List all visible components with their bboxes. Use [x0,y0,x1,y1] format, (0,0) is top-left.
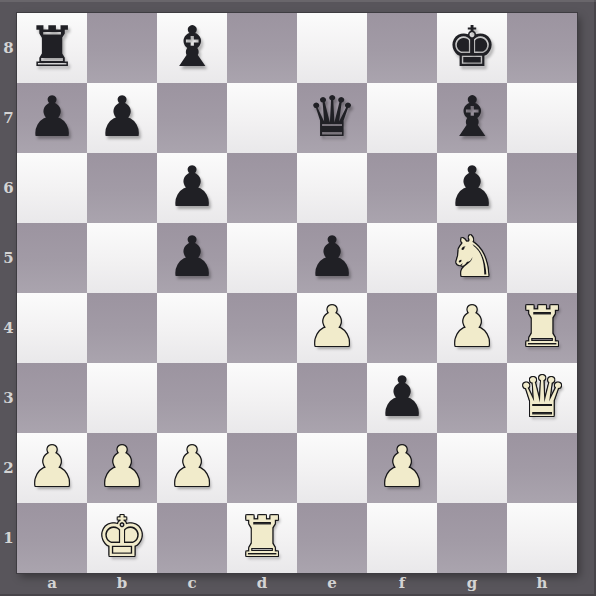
square-e1[interactable] [297,503,367,573]
rank-label-6: 6 [0,153,17,223]
file-label-b: b [87,573,157,596]
white-pawn: ♟ [437,293,507,363]
square-h5[interactable] [507,223,577,293]
square-f5[interactable] [367,223,437,293]
square-f8[interactable] [367,13,437,83]
rank-label-7: 7 [0,83,17,153]
black-pawn: ♟ [157,153,227,223]
square-b2[interactable]: ♟ [87,433,157,503]
square-b5[interactable] [87,223,157,293]
rank-label-5: 5 [0,223,17,293]
white-knight: ♞ [437,223,507,293]
square-f7[interactable] [367,83,437,153]
square-g2[interactable] [437,433,507,503]
square-h4[interactable]: ♜ [507,293,577,363]
square-b4[interactable] [87,293,157,363]
square-a3[interactable] [17,363,87,433]
square-d1[interactable]: ♜ [227,503,297,573]
rank-label-8: 8 [0,13,17,83]
file-labels: abcdefgh [17,573,577,596]
square-b1[interactable]: ♚ [87,503,157,573]
square-h7[interactable] [507,83,577,153]
rank-label-1: 1 [0,503,17,573]
square-c5[interactable]: ♟ [157,223,227,293]
square-f6[interactable] [367,153,437,223]
white-king: ♚ [87,503,157,573]
white-pawn: ♟ [297,293,367,363]
rank-label-2: 2 [0,433,17,503]
square-a1[interactable] [17,503,87,573]
square-b6[interactable] [87,153,157,223]
white-queen: ♛ [507,363,577,433]
white-pawn: ♟ [367,433,437,503]
square-h8[interactable] [507,13,577,83]
square-h2[interactable] [507,433,577,503]
file-label-a: a [17,573,87,596]
file-label-d: d [227,573,297,596]
file-label-c: c [157,573,227,596]
square-g5[interactable]: ♞ [437,223,507,293]
square-b3[interactable] [87,363,157,433]
rank-label-3: 3 [0,363,17,433]
black-rook: ♜ [17,13,87,83]
square-b7[interactable]: ♟ [87,83,157,153]
black-pawn: ♟ [87,83,157,153]
square-h6[interactable] [507,153,577,223]
square-a8[interactable]: ♜ [17,13,87,83]
file-label-f: f [367,573,437,596]
square-g1[interactable] [437,503,507,573]
square-f1[interactable] [367,503,437,573]
square-c4[interactable] [157,293,227,363]
square-a5[interactable] [17,223,87,293]
square-c1[interactable] [157,503,227,573]
square-c2[interactable]: ♟ [157,433,227,503]
black-king: ♚ [437,13,507,83]
black-pawn: ♟ [17,83,87,153]
square-a4[interactable] [17,293,87,363]
black-bishop: ♝ [437,83,507,153]
square-e2[interactable] [297,433,367,503]
square-f3[interactable]: ♟ [367,363,437,433]
square-f2[interactable]: ♟ [367,433,437,503]
black-pawn: ♟ [437,153,507,223]
file-label-h: h [507,573,577,596]
square-g6[interactable]: ♟ [437,153,507,223]
square-a2[interactable]: ♟ [17,433,87,503]
square-d6[interactable] [227,153,297,223]
square-h1[interactable] [507,503,577,573]
white-pawn: ♟ [17,433,87,503]
square-h3[interactable]: ♛ [507,363,577,433]
square-e7[interactable]: ♛ [297,83,367,153]
square-d5[interactable] [227,223,297,293]
square-b8[interactable] [87,13,157,83]
rank-labels: 87654321 [0,13,17,573]
square-d8[interactable] [227,13,297,83]
square-c8[interactable]: ♝ [157,13,227,83]
black-pawn: ♟ [157,223,227,293]
square-g7[interactable]: ♝ [437,83,507,153]
rank-label-4: 4 [0,293,17,363]
square-e8[interactable] [297,13,367,83]
square-f4[interactable] [367,293,437,363]
square-c7[interactable] [157,83,227,153]
square-e3[interactable] [297,363,367,433]
black-bishop: ♝ [157,13,227,83]
black-pawn: ♟ [367,363,437,433]
black-queen: ♛ [297,83,367,153]
white-pawn: ♟ [157,433,227,503]
chess-diagram: 87654321 ♜♝♚♟♟♛♝♟♟♟♟♞♟♟♜♟♛♟♟♟♟♚♜ abcdefg… [0,0,596,596]
square-a6[interactable] [17,153,87,223]
square-e5[interactable]: ♟ [297,223,367,293]
square-c3[interactable] [157,363,227,433]
white-rook: ♜ [507,293,577,363]
square-c6[interactable]: ♟ [157,153,227,223]
square-d2[interactable] [227,433,297,503]
chess-board: ♜♝♚♟♟♛♝♟♟♟♟♞♟♟♜♟♛♟♟♟♟♚♜ [17,13,577,573]
square-g8[interactable]: ♚ [437,13,507,83]
file-label-e: e [297,573,367,596]
square-d4[interactable] [227,293,297,363]
black-pawn: ♟ [297,223,367,293]
square-d7[interactable] [227,83,297,153]
white-pawn: ♟ [87,433,157,503]
file-label-g: g [437,573,507,596]
white-rook: ♜ [227,503,297,573]
square-g3[interactable] [437,363,507,433]
square-e6[interactable] [297,153,367,223]
square-a7[interactable]: ♟ [17,83,87,153]
square-e4[interactable]: ♟ [297,293,367,363]
square-d3[interactable] [227,363,297,433]
square-g4[interactable]: ♟ [437,293,507,363]
